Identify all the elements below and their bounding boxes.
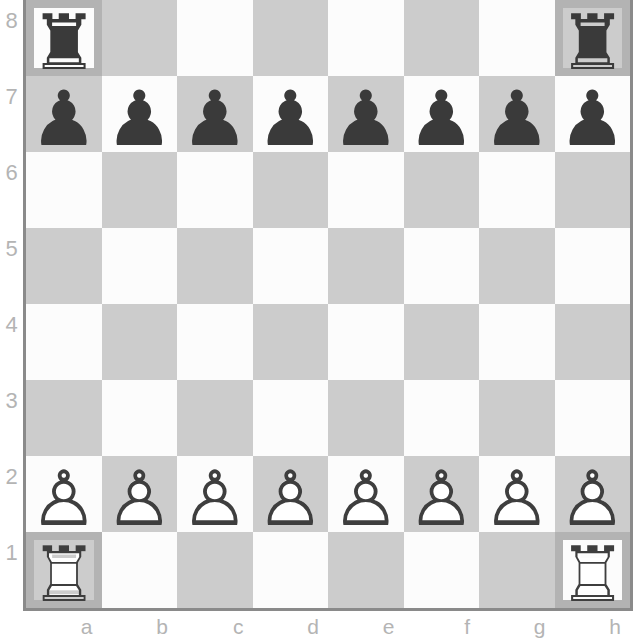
white-pawn[interactable]: ♟♙ xyxy=(26,461,102,537)
white-pawn[interactable]: ♟♙ xyxy=(479,461,555,537)
square-a3[interactable] xyxy=(26,380,102,456)
square-d4[interactable] xyxy=(253,304,329,380)
square-e1[interactable] xyxy=(328,532,404,608)
square-c3[interactable] xyxy=(177,380,253,456)
file-label-g: g xyxy=(479,615,555,639)
file-label-b: b xyxy=(102,615,178,639)
square-c1[interactable] xyxy=(177,532,253,608)
square-d1[interactable] xyxy=(253,532,329,608)
file-label-f: f xyxy=(404,615,480,639)
square-g4[interactable] xyxy=(479,304,555,380)
square-f2[interactable]: ♟♙ xyxy=(404,456,480,532)
black-pawn[interactable]: ♟ xyxy=(404,81,480,157)
rank-label-5: 5 xyxy=(0,236,23,262)
square-g1[interactable] xyxy=(479,532,555,608)
square-e8[interactable] xyxy=(328,0,404,76)
square-g8[interactable] xyxy=(479,0,555,76)
square-h6[interactable] xyxy=(555,152,631,228)
square-h2[interactable]: ♟♙ xyxy=(555,456,631,532)
square-c4[interactable] xyxy=(177,304,253,380)
rank-labels: 87654321 xyxy=(0,0,23,608)
square-d2[interactable]: ♟♙ xyxy=(253,456,329,532)
square-e5[interactable] xyxy=(328,228,404,304)
square-g7[interactable]: ♟ xyxy=(479,76,555,152)
white-rook[interactable]: ♜♖ xyxy=(555,537,631,613)
square-a7[interactable]: ♟ xyxy=(26,76,102,152)
rank-label-2: 2 xyxy=(0,464,23,490)
square-a6[interactable] xyxy=(26,152,102,228)
file-label-h: h xyxy=(555,615,631,639)
black-rook[interactable]: ♜ xyxy=(555,5,631,81)
square-c2[interactable]: ♟♙ xyxy=(177,456,253,532)
black-pawn[interactable]: ♟ xyxy=(253,81,329,157)
square-e3[interactable] xyxy=(328,380,404,456)
square-b1[interactable] xyxy=(102,532,178,608)
file-labels: abcdefgh xyxy=(26,615,630,640)
white-pawn[interactable]: ♟♙ xyxy=(404,461,480,537)
square-f4[interactable] xyxy=(404,304,480,380)
white-pawn[interactable]: ♟♙ xyxy=(555,461,631,537)
square-g5[interactable] xyxy=(479,228,555,304)
square-b2[interactable]: ♟♙ xyxy=(102,456,178,532)
square-h4[interactable] xyxy=(555,304,631,380)
white-pawn[interactable]: ♟♙ xyxy=(328,461,404,537)
black-rook[interactable]: ♜ xyxy=(26,5,102,81)
square-f3[interactable] xyxy=(404,380,480,456)
square-b4[interactable] xyxy=(102,304,178,380)
square-b8[interactable] xyxy=(102,0,178,76)
square-c7[interactable]: ♟ xyxy=(177,76,253,152)
square-f6[interactable] xyxy=(404,152,480,228)
square-h3[interactable] xyxy=(555,380,631,456)
rank-label-7: 7 xyxy=(0,84,23,110)
square-e4[interactable] xyxy=(328,304,404,380)
file-label-c: c xyxy=(177,615,253,639)
black-pawn[interactable]: ♟ xyxy=(328,81,404,157)
rank-label-3: 3 xyxy=(0,388,23,414)
square-c8[interactable] xyxy=(177,0,253,76)
square-h1[interactable]: ♜♖ xyxy=(555,532,631,608)
square-f1[interactable] xyxy=(404,532,480,608)
square-h8[interactable]: ♜ xyxy=(555,0,631,76)
square-d5[interactable] xyxy=(253,228,329,304)
file-label-e: e xyxy=(328,615,404,639)
square-g2[interactable]: ♟♙ xyxy=(479,456,555,532)
square-f5[interactable] xyxy=(404,228,480,304)
square-b6[interactable] xyxy=(102,152,178,228)
square-h7[interactable]: ♟ xyxy=(555,76,631,152)
square-d8[interactable] xyxy=(253,0,329,76)
square-e6[interactable] xyxy=(328,152,404,228)
square-h5[interactable] xyxy=(555,228,631,304)
square-f7[interactable]: ♟ xyxy=(404,76,480,152)
square-c5[interactable] xyxy=(177,228,253,304)
rank-label-4: 4 xyxy=(0,312,23,338)
square-d7[interactable]: ♟ xyxy=(253,76,329,152)
rank-label-6: 6 xyxy=(0,160,23,186)
rank-label-1: 1 xyxy=(0,540,23,566)
white-pawn[interactable]: ♟♙ xyxy=(253,461,329,537)
white-rook[interactable]: ♜♖ xyxy=(26,537,102,613)
square-d3[interactable] xyxy=(253,380,329,456)
square-b7[interactable]: ♟ xyxy=(102,76,178,152)
rank-label-8: 8 xyxy=(0,8,23,34)
square-f8[interactable] xyxy=(404,0,480,76)
board-frame: ♜♜♟♟♟♟♟♟♟♟♟♙♟♙♟♙♟♙♟♙♟♙♟♙♟♙♜♖♜♖ xyxy=(23,0,633,611)
square-c6[interactable] xyxy=(177,152,253,228)
square-g6[interactable] xyxy=(479,152,555,228)
black-pawn[interactable]: ♟ xyxy=(102,81,178,157)
square-a1[interactable]: ♜♖ xyxy=(26,532,102,608)
square-b5[interactable] xyxy=(102,228,178,304)
black-pawn[interactable]: ♟ xyxy=(26,81,102,157)
black-pawn[interactable]: ♟ xyxy=(479,81,555,157)
square-e2[interactable]: ♟♙ xyxy=(328,456,404,532)
square-b3[interactable] xyxy=(102,380,178,456)
square-d6[interactable] xyxy=(253,152,329,228)
black-pawn[interactable]: ♟ xyxy=(177,81,253,157)
square-a2[interactable]: ♟♙ xyxy=(26,456,102,532)
square-a4[interactable] xyxy=(26,304,102,380)
white-pawn[interactable]: ♟♙ xyxy=(177,461,253,537)
black-pawn[interactable]: ♟ xyxy=(555,81,631,157)
square-a8[interactable]: ♜ xyxy=(26,0,102,76)
file-label-d: d xyxy=(253,615,329,639)
chess-app: 87654321 ♜♜♟♟♟♟♟♟♟♟♟♙♟♙♟♙♟♙♟♙♟♙♟♙♟♙♜♖♜♖ … xyxy=(0,0,640,640)
chess-board: ♜♜♟♟♟♟♟♟♟♟♟♙♟♙♟♙♟♙♟♙♟♙♟♙♟♙♜♖♜♖ xyxy=(26,0,630,608)
square-g3[interactable] xyxy=(479,380,555,456)
square-a5[interactable] xyxy=(26,228,102,304)
square-e7[interactable]: ♟ xyxy=(328,76,404,152)
file-label-a: a xyxy=(26,615,102,639)
white-pawn[interactable]: ♟♙ xyxy=(102,461,178,537)
